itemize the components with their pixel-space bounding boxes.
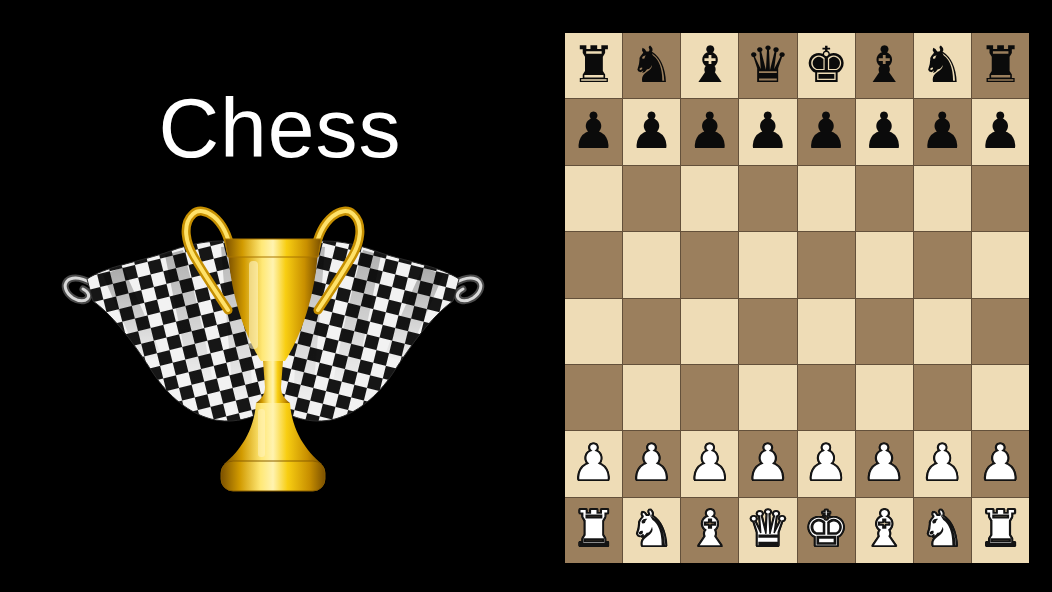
trophy-graphic bbox=[53, 205, 493, 495]
square-a3[interactable] bbox=[565, 365, 622, 430]
square-d5[interactable] bbox=[739, 232, 796, 297]
piece-black-pawn: ♟ bbox=[978, 106, 1023, 156]
piece-white-pawn: ♟ bbox=[862, 438, 907, 488]
square-a8[interactable]: ♜ bbox=[565, 33, 622, 98]
piece-black-knight: ♞ bbox=[920, 40, 965, 90]
square-f8[interactable]: ♝ bbox=[856, 33, 913, 98]
square-e1[interactable]: ♚ bbox=[798, 498, 855, 563]
hero-panel: Chess bbox=[0, 0, 560, 592]
piece-white-knight: ♞ bbox=[629, 504, 674, 554]
app-screen: Chess bbox=[0, 0, 1052, 592]
square-g7[interactable]: ♟ bbox=[914, 99, 971, 164]
square-b6[interactable] bbox=[623, 166, 680, 231]
piece-white-knight: ♞ bbox=[920, 504, 965, 554]
square-h3[interactable] bbox=[972, 365, 1029, 430]
square-d7[interactable]: ♟ bbox=[739, 99, 796, 164]
piece-white-queen: ♛ bbox=[746, 504, 791, 554]
square-h4[interactable] bbox=[972, 299, 1029, 364]
app-title: Chess bbox=[158, 86, 401, 170]
piece-black-bishop: ♝ bbox=[687, 40, 732, 90]
piece-black-pawn: ♟ bbox=[629, 106, 674, 156]
square-e2[interactable]: ♟ bbox=[798, 431, 855, 496]
square-f3[interactable] bbox=[856, 365, 913, 430]
square-h8[interactable]: ♜ bbox=[972, 33, 1029, 98]
square-a2[interactable]: ♟ bbox=[565, 431, 622, 496]
square-c6[interactable] bbox=[681, 166, 738, 231]
square-h1[interactable]: ♜ bbox=[972, 498, 1029, 563]
square-c5[interactable] bbox=[681, 232, 738, 297]
square-a1[interactable]: ♜ bbox=[565, 498, 622, 563]
chess-board: ♜♞♝♛♚♝♞♜♟♟♟♟♟♟♟♟♟♟♟♟♟♟♟♟♜♞♝♛♚♝♞♜ bbox=[565, 33, 1029, 563]
piece-white-pawn: ♟ bbox=[920, 438, 965, 488]
piece-white-pawn: ♟ bbox=[687, 438, 732, 488]
piece-white-king: ♚ bbox=[804, 504, 849, 554]
piece-white-pawn: ♟ bbox=[804, 438, 849, 488]
square-d1[interactable]: ♛ bbox=[739, 498, 796, 563]
square-b1[interactable]: ♞ bbox=[623, 498, 680, 563]
piece-black-king: ♚ bbox=[804, 40, 849, 90]
square-a7[interactable]: ♟ bbox=[565, 99, 622, 164]
square-e5[interactable] bbox=[798, 232, 855, 297]
square-c2[interactable]: ♟ bbox=[681, 431, 738, 496]
square-b4[interactable] bbox=[623, 299, 680, 364]
piece-black-pawn: ♟ bbox=[571, 106, 616, 156]
piece-white-bishop: ♝ bbox=[687, 504, 732, 554]
piece-black-bishop: ♝ bbox=[862, 40, 907, 90]
piece-black-queen: ♛ bbox=[746, 40, 791, 90]
trophy-with-checkered-flags-icon bbox=[53, 205, 493, 495]
square-a4[interactable] bbox=[565, 299, 622, 364]
square-a6[interactable] bbox=[565, 166, 622, 231]
piece-white-pawn: ♟ bbox=[746, 438, 791, 488]
piece-black-rook: ♜ bbox=[571, 40, 616, 90]
square-c8[interactable]: ♝ bbox=[681, 33, 738, 98]
square-f7[interactable]: ♟ bbox=[856, 99, 913, 164]
square-h6[interactable] bbox=[972, 166, 1029, 231]
square-b3[interactable] bbox=[623, 365, 680, 430]
square-g3[interactable] bbox=[914, 365, 971, 430]
square-c7[interactable]: ♟ bbox=[681, 99, 738, 164]
piece-black-pawn: ♟ bbox=[746, 106, 791, 156]
piece-white-pawn: ♟ bbox=[978, 438, 1023, 488]
piece-black-rook: ♜ bbox=[978, 40, 1023, 90]
piece-white-rook: ♜ bbox=[571, 504, 616, 554]
square-d2[interactable]: ♟ bbox=[739, 431, 796, 496]
square-d8[interactable]: ♛ bbox=[739, 33, 796, 98]
square-f4[interactable] bbox=[856, 299, 913, 364]
square-e7[interactable]: ♟ bbox=[798, 99, 855, 164]
square-g4[interactable] bbox=[914, 299, 971, 364]
square-e6[interactable] bbox=[798, 166, 855, 231]
square-e3[interactable] bbox=[798, 365, 855, 430]
square-g8[interactable]: ♞ bbox=[914, 33, 971, 98]
piece-black-pawn: ♟ bbox=[862, 106, 907, 156]
square-d6[interactable] bbox=[739, 166, 796, 231]
piece-black-pawn: ♟ bbox=[804, 106, 849, 156]
square-c3[interactable] bbox=[681, 365, 738, 430]
square-a5[interactable] bbox=[565, 232, 622, 297]
square-g5[interactable] bbox=[914, 232, 971, 297]
square-c4[interactable] bbox=[681, 299, 738, 364]
square-g2[interactable]: ♟ bbox=[914, 431, 971, 496]
piece-black-pawn: ♟ bbox=[687, 106, 732, 156]
square-g6[interactable] bbox=[914, 166, 971, 231]
square-f5[interactable] bbox=[856, 232, 913, 297]
square-f6[interactable] bbox=[856, 166, 913, 231]
piece-white-bishop: ♝ bbox=[862, 504, 907, 554]
square-e8[interactable]: ♚ bbox=[798, 33, 855, 98]
square-h5[interactable] bbox=[972, 232, 1029, 297]
square-c1[interactable]: ♝ bbox=[681, 498, 738, 563]
square-h7[interactable]: ♟ bbox=[972, 99, 1029, 164]
square-d3[interactable] bbox=[739, 365, 796, 430]
piece-white-pawn: ♟ bbox=[571, 438, 616, 488]
square-f2[interactable]: ♟ bbox=[856, 431, 913, 496]
square-b7[interactable]: ♟ bbox=[623, 99, 680, 164]
piece-white-rook: ♜ bbox=[978, 504, 1023, 554]
square-f1[interactable]: ♝ bbox=[856, 498, 913, 563]
square-d4[interactable] bbox=[739, 299, 796, 364]
square-b5[interactable] bbox=[623, 232, 680, 297]
square-b2[interactable]: ♟ bbox=[623, 431, 680, 496]
piece-white-pawn: ♟ bbox=[629, 438, 674, 488]
piece-black-knight: ♞ bbox=[629, 40, 674, 90]
square-b8[interactable]: ♞ bbox=[623, 33, 680, 98]
square-g1[interactable]: ♞ bbox=[914, 498, 971, 563]
square-e4[interactable] bbox=[798, 299, 855, 364]
piece-black-pawn: ♟ bbox=[920, 106, 965, 156]
square-h2[interactable]: ♟ bbox=[972, 431, 1029, 496]
